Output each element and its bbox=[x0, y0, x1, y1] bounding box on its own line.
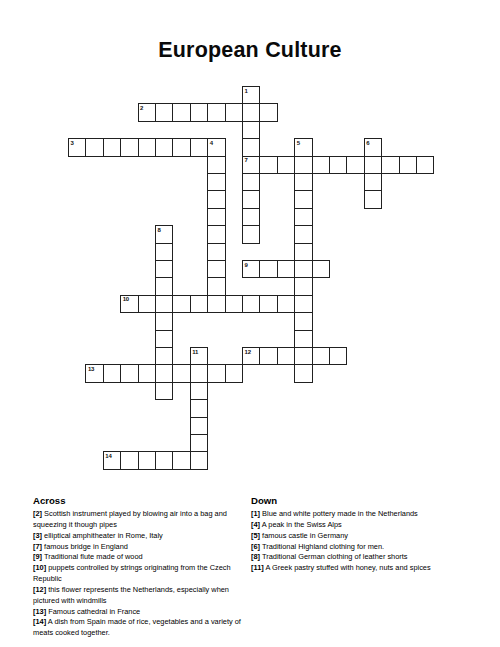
clue-num-label: [14] bbox=[33, 617, 46, 626]
clue-text: Traditional German clothing of leather s… bbox=[260, 552, 407, 561]
grid-cell[interactable] bbox=[190, 295, 208, 313]
grid-cell[interactable] bbox=[190, 364, 208, 382]
grid-cell[interactable] bbox=[190, 399, 208, 417]
grid-cell[interactable]: 3 bbox=[68, 138, 86, 156]
grid-cell[interactable] bbox=[294, 295, 312, 313]
grid-cell[interactable] bbox=[259, 156, 277, 174]
grid-cell[interactable] bbox=[294, 312, 312, 330]
clue-num-label: [1] bbox=[251, 509, 260, 518]
clue-num-label: [8] bbox=[251, 552, 260, 561]
grid-cell[interactable] bbox=[294, 156, 312, 174]
clue-number: 6 bbox=[366, 140, 369, 147]
grid-cell[interactable] bbox=[242, 225, 260, 243]
grid-cell[interactable] bbox=[172, 451, 190, 469]
down-clue-1: [1] Blue and white pottery made in the N… bbox=[251, 509, 481, 520]
grid-cell[interactable] bbox=[190, 434, 208, 452]
grid-cell[interactable] bbox=[346, 156, 364, 174]
grid-cell[interactable] bbox=[259, 295, 277, 313]
grid-cell[interactable] bbox=[364, 190, 382, 208]
grid-cell[interactable] bbox=[207, 173, 225, 191]
grid-cell[interactable]: 10 bbox=[120, 295, 138, 313]
grid-cell[interactable] bbox=[138, 364, 156, 382]
down-clue-4: [4] A peak in the Swiss Alps bbox=[251, 520, 481, 531]
clue-text: Traditional Highland clothing for men. bbox=[260, 542, 384, 551]
grid-cell[interactable] bbox=[155, 312, 173, 330]
grid-cell[interactable] bbox=[120, 138, 138, 156]
across-clue-12: [12] this flower represents the Netherla… bbox=[33, 585, 244, 607]
across-clue-7: [7] famous bridge in England bbox=[33, 542, 244, 553]
grid-cell[interactable]: 1 bbox=[242, 86, 260, 104]
clue-number: 11 bbox=[192, 349, 198, 356]
grid-cell[interactable] bbox=[155, 330, 173, 348]
across-clues-section: Across [2] Scottish instrument played by… bbox=[33, 496, 244, 639]
clue-text: A peak in the Swiss Alps bbox=[260, 520, 342, 529]
grid-cell[interactable] bbox=[103, 138, 121, 156]
clue-number: 4 bbox=[210, 140, 213, 147]
grid-cell[interactable] bbox=[294, 225, 312, 243]
down-heading: Down bbox=[251, 496, 481, 506]
clue-text: elliptical amphitheater in Rome, Italy bbox=[42, 531, 163, 540]
grid-cell[interactable] bbox=[294, 347, 312, 365]
grid-cell[interactable] bbox=[242, 173, 260, 191]
across-heading: Across bbox=[33, 496, 244, 506]
clue-text: Scottish instrument played by blowing ai… bbox=[33, 509, 227, 529]
clue-text: Traditional flute made of wood bbox=[42, 552, 143, 561]
clue-text: Blue and white pottery made in the Nethe… bbox=[260, 509, 418, 518]
grid-cell[interactable] bbox=[155, 260, 173, 278]
grid-cell[interactable] bbox=[207, 243, 225, 261]
grid-cell[interactable] bbox=[138, 295, 156, 313]
across-clue-13: [13] Famous cathedral in France bbox=[33, 607, 244, 618]
across-clue-14: [14] A dish from Spain made of rice, veg… bbox=[33, 617, 244, 639]
down-clue-8: [8] Traditional German clothing of leath… bbox=[251, 552, 481, 563]
grid-cell[interactable] bbox=[242, 138, 260, 156]
clue-num-label: [12] bbox=[33, 585, 46, 594]
grid-cell[interactable] bbox=[207, 225, 225, 243]
grid-cell[interactable] bbox=[329, 347, 347, 365]
clue-number: 12 bbox=[245, 349, 251, 356]
grid-cell[interactable]: 5 bbox=[294, 138, 312, 156]
grid-cell[interactable] bbox=[364, 156, 382, 174]
grid-cell[interactable] bbox=[416, 156, 434, 174]
grid-cell[interactable] bbox=[294, 190, 312, 208]
grid-cell[interactable] bbox=[207, 260, 225, 278]
grid-cell[interactable] bbox=[155, 243, 173, 261]
grid-cell[interactable] bbox=[381, 156, 399, 174]
clue-number: 2 bbox=[140, 105, 143, 112]
grid-cell[interactable] bbox=[294, 364, 312, 382]
down-clue-5: [5] famous castle in Germany bbox=[251, 531, 481, 542]
grid-cell[interactable] bbox=[138, 138, 156, 156]
grid-cell[interactable] bbox=[259, 347, 277, 365]
grid-cell[interactable] bbox=[277, 295, 295, 313]
grid-cell[interactable] bbox=[207, 277, 225, 295]
grid-cell[interactable] bbox=[172, 364, 190, 382]
grid-cell[interactable] bbox=[259, 103, 277, 121]
grid-cell[interactable] bbox=[138, 451, 156, 469]
clue-num-label: [9] bbox=[33, 552, 42, 561]
clue-number: 14 bbox=[105, 453, 111, 460]
grid-cell[interactable] bbox=[242, 208, 260, 226]
grid-cell[interactable] bbox=[312, 347, 330, 365]
grid-cell[interactable] bbox=[155, 138, 173, 156]
grid-cell[interactable]: 8 bbox=[155, 225, 173, 243]
grid-cell[interactable]: 9 bbox=[242, 260, 260, 278]
down-clue-6: [6] Traditional Highland clothing for me… bbox=[251, 542, 481, 553]
clue-text: this flower represents the Netherlands, … bbox=[33, 585, 229, 605]
grid-cell[interactable] bbox=[277, 260, 295, 278]
grid-cell[interactable] bbox=[190, 451, 208, 469]
grid-cell[interactable] bbox=[259, 260, 277, 278]
clue-text: A Greek pastry stuffed with honey, nuts … bbox=[264, 563, 431, 572]
clue-number: 1 bbox=[245, 88, 248, 95]
grid-cell[interactable] bbox=[155, 103, 173, 121]
clue-number: 13 bbox=[88, 366, 94, 373]
grid-cell[interactable] bbox=[190, 138, 208, 156]
grid-cell[interactable] bbox=[85, 138, 103, 156]
clue-number: 7 bbox=[245, 157, 248, 164]
grid-cell[interactable] bbox=[399, 156, 417, 174]
clue-number: 8 bbox=[158, 227, 161, 234]
across-clue-3: [3] elliptical amphitheater in Rome, Ita… bbox=[33, 531, 244, 542]
clue-num-label: [13] bbox=[33, 607, 46, 616]
grid-cell[interactable]: 12 bbox=[242, 347, 260, 365]
grid-cell[interactable] bbox=[207, 208, 225, 226]
grid-cell[interactable]: 4 bbox=[207, 138, 225, 156]
grid-cell[interactable] bbox=[155, 347, 173, 365]
clue-num-label: [5] bbox=[251, 531, 260, 540]
grid-cell[interactable] bbox=[190, 382, 208, 400]
clue-num-label: [3] bbox=[33, 531, 42, 540]
grid-cell[interactable] bbox=[242, 121, 260, 139]
grid-cell[interactable]: 2 bbox=[138, 103, 156, 121]
grid-cell[interactable] bbox=[207, 156, 225, 174]
grid-cell[interactable] bbox=[207, 295, 225, 313]
grid-cell[interactable] bbox=[312, 156, 330, 174]
grid-cell[interactable] bbox=[155, 364, 173, 382]
clue-text: A dish from Spain made of rice, vegetabl… bbox=[33, 617, 241, 637]
clue-number: 5 bbox=[297, 140, 300, 147]
clue-num-label: [6] bbox=[251, 542, 260, 551]
grid-cell[interactable] bbox=[172, 138, 190, 156]
grid-cell[interactable] bbox=[242, 103, 260, 121]
grid-cell[interactable]: 13 bbox=[85, 364, 103, 382]
across-clue-list: [2] Scottish instrument played by blowin… bbox=[33, 509, 244, 639]
grid-cell[interactable] bbox=[294, 208, 312, 226]
across-clue-9: [9] Traditional flute made of wood bbox=[33, 552, 244, 563]
clue-number: 10 bbox=[123, 296, 129, 303]
across-clue-2: [2] Scottish instrument played by blowin… bbox=[33, 509, 244, 531]
grid-cell[interactable] bbox=[294, 260, 312, 278]
clue-text: Famous cathedral in France bbox=[46, 607, 140, 616]
grid-cell[interactable] bbox=[172, 103, 190, 121]
grid-cell[interactable] bbox=[207, 103, 225, 121]
grid-cell[interactable] bbox=[225, 295, 243, 313]
grid-cell[interactable] bbox=[155, 295, 173, 313]
grid-cell[interactable] bbox=[120, 451, 138, 469]
clue-text: famous castle in Germany bbox=[260, 531, 348, 540]
clue-text: famous bridge in England bbox=[42, 542, 128, 551]
clue-num-label: [2] bbox=[33, 509, 42, 518]
grid-cell[interactable]: 7 bbox=[242, 156, 260, 174]
clue-text: puppets controlled by strings originatin… bbox=[33, 563, 231, 583]
grid-cell[interactable] bbox=[277, 347, 295, 365]
grid-cell[interactable] bbox=[172, 295, 190, 313]
clue-number: 9 bbox=[245, 262, 248, 269]
grid-cell[interactable] bbox=[190, 103, 208, 121]
grid-cell[interactable] bbox=[190, 417, 208, 435]
clue-num-label: [11] bbox=[251, 563, 264, 572]
grid-cell[interactable]: 11 bbox=[190, 347, 208, 365]
grid-cell[interactable] bbox=[294, 330, 312, 348]
across-clue-10: [10] puppets controlled by strings origi… bbox=[33, 563, 244, 585]
grid-cell[interactable] bbox=[155, 382, 173, 400]
grid-cell[interactable] bbox=[294, 243, 312, 261]
clue-num-label: [4] bbox=[251, 520, 260, 529]
grid-cell[interactable] bbox=[364, 173, 382, 191]
crossword-grid: 1234567891011121314 bbox=[68, 86, 436, 471]
grid-cell[interactable] bbox=[155, 451, 173, 469]
down-clue-list: [1] Blue and white pottery made in the N… bbox=[251, 509, 481, 574]
grid-cell[interactable] bbox=[207, 190, 225, 208]
grid-cell[interactable] bbox=[294, 277, 312, 295]
grid-cell[interactable] bbox=[103, 364, 121, 382]
grid-cell[interactable] bbox=[242, 295, 260, 313]
grid-cell[interactable] bbox=[294, 173, 312, 191]
grid-cell[interactable] bbox=[329, 156, 347, 174]
down-clue-11: [11] A Greek pastry stuffed with honey, … bbox=[251, 563, 481, 574]
grid-cell[interactable] bbox=[155, 277, 173, 295]
grid-cell[interactable] bbox=[207, 364, 225, 382]
clue-num-label: [10] bbox=[33, 563, 46, 572]
down-clues-section: Down [1] Blue and white pottery made in … bbox=[251, 496, 481, 574]
grid-cell[interactable] bbox=[225, 364, 243, 382]
grid-cell[interactable]: 6 bbox=[364, 138, 382, 156]
clue-number: 3 bbox=[71, 140, 74, 147]
grid-cell[interactable]: 14 bbox=[103, 451, 121, 469]
clue-num-label: [7] bbox=[33, 542, 42, 551]
puzzle-title: European Culture bbox=[0, 38, 500, 63]
grid-cell[interactable] bbox=[225, 103, 243, 121]
grid-cell[interactable] bbox=[120, 364, 138, 382]
grid-cell[interactable] bbox=[312, 260, 330, 278]
grid-cell[interactable] bbox=[242, 190, 260, 208]
grid-cell[interactable] bbox=[277, 156, 295, 174]
